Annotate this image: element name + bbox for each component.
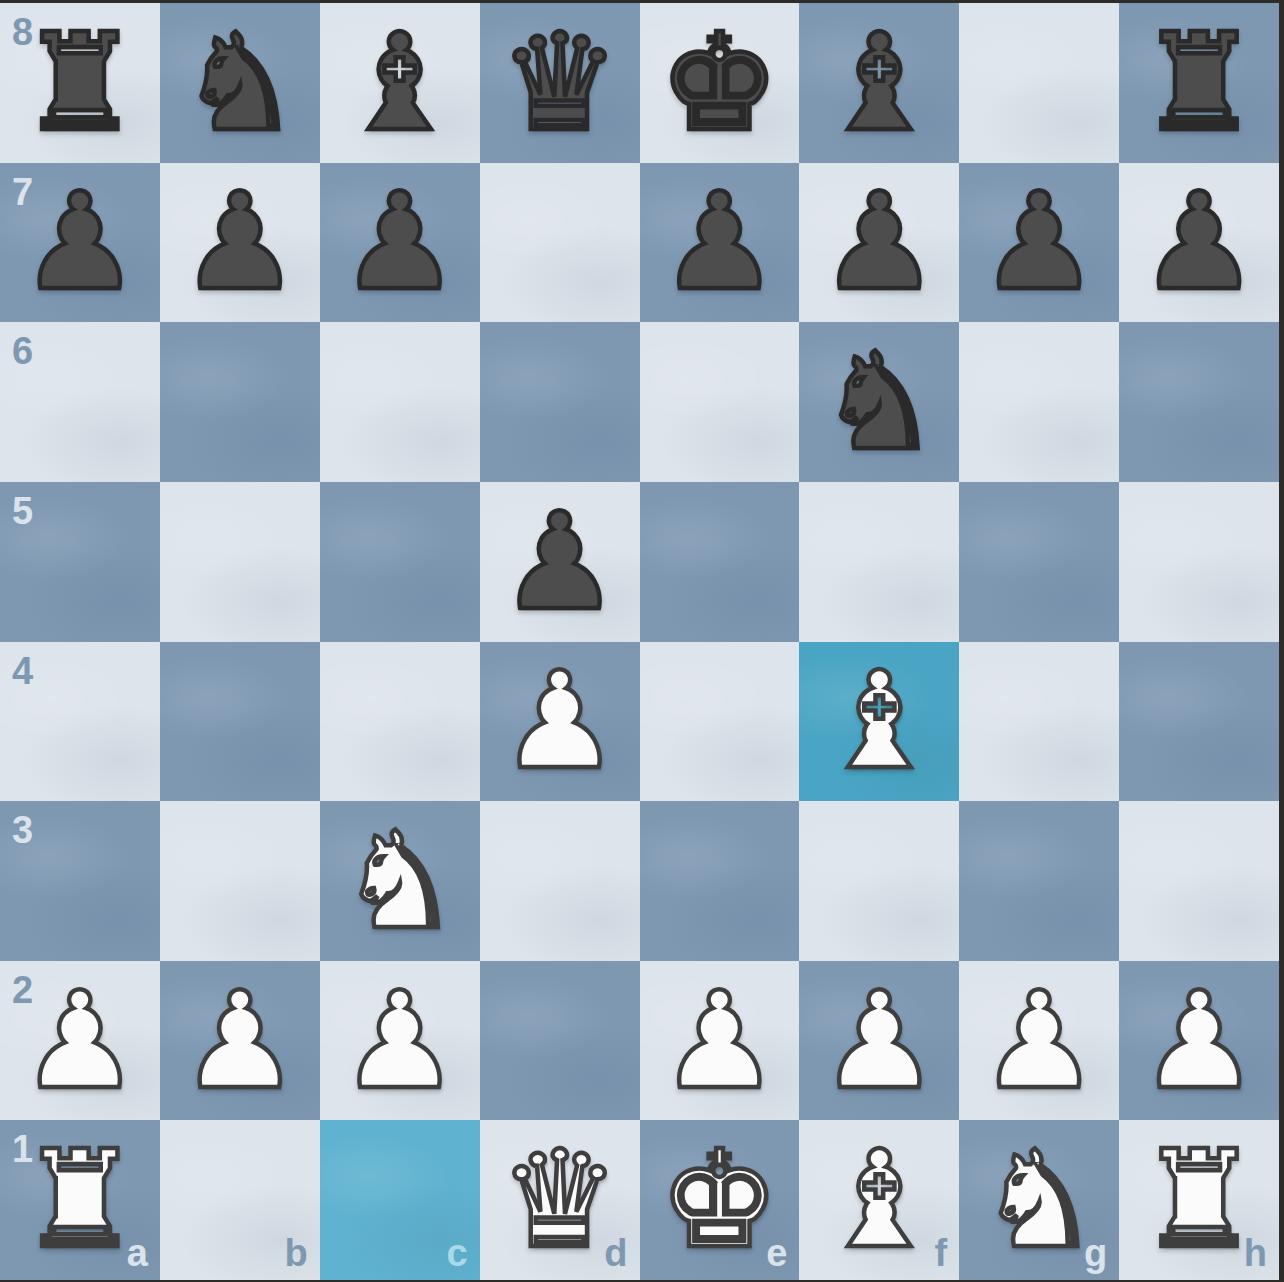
piece-white-pawn[interactable]: ♟: [160, 961, 320, 1121]
square-h6[interactable]: [1119, 322, 1279, 482]
piece-white-pawn[interactable]: ♟: [1119, 961, 1279, 1121]
square-c6[interactable]: [320, 322, 480, 482]
square-c4[interactable]: [320, 642, 480, 802]
square-f8[interactable]: ♝: [799, 3, 959, 163]
square-a8[interactable]: 8♜: [0, 3, 160, 163]
square-g7[interactable]: ♟: [959, 163, 1119, 323]
square-f3[interactable]: [799, 801, 959, 961]
square-a4[interactable]: 4: [0, 642, 160, 802]
square-g2[interactable]: ♟: [959, 961, 1119, 1121]
square-f7[interactable]: ♟: [799, 163, 959, 323]
piece-black-pawn[interactable]: ♟: [480, 482, 640, 642]
piece-white-bishop[interactable]: ♝: [799, 1120, 959, 1280]
square-g3[interactable]: [959, 801, 1119, 961]
square-a1[interactable]: 1a♜: [0, 1120, 160, 1280]
square-h8[interactable]: ♜: [1119, 3, 1279, 163]
square-h7[interactable]: ♟: [1119, 163, 1279, 323]
piece-black-bishop[interactable]: ♝: [799, 3, 959, 163]
square-h5[interactable]: [1119, 482, 1279, 642]
square-b7[interactable]: ♟: [160, 163, 320, 323]
piece-black-rook[interactable]: ♜: [1119, 3, 1279, 163]
piece-black-pawn[interactable]: ♟: [160, 163, 320, 323]
piece-white-pawn[interactable]: ♟: [0, 961, 160, 1121]
square-a2[interactable]: 2♟: [0, 961, 160, 1121]
rank-label-4: 4: [12, 652, 33, 690]
square-a5[interactable]: 5: [0, 482, 160, 642]
piece-white-pawn[interactable]: ♟: [480, 642, 640, 802]
rank-label-3: 3: [12, 811, 33, 849]
piece-white-knight[interactable]: ♞: [959, 1120, 1119, 1280]
square-b2[interactable]: ♟: [160, 961, 320, 1121]
square-b1[interactable]: b: [160, 1120, 320, 1280]
rank-label-6: 6: [12, 332, 33, 370]
square-b4[interactable]: [160, 642, 320, 802]
square-a3[interactable]: 3: [0, 801, 160, 961]
square-e8[interactable]: ♚: [640, 3, 800, 163]
square-f1[interactable]: f♝: [799, 1120, 959, 1280]
square-c2[interactable]: ♟: [320, 961, 480, 1121]
square-d7[interactable]: [480, 163, 640, 323]
square-g1[interactable]: g♞: [959, 1120, 1119, 1280]
square-b3[interactable]: [160, 801, 320, 961]
piece-white-king[interactable]: ♚: [640, 1120, 800, 1280]
square-e3[interactable]: [640, 801, 800, 961]
piece-black-knight[interactable]: ♞: [799, 322, 959, 482]
square-g4[interactable]: [959, 642, 1119, 802]
square-f2[interactable]: ♟: [799, 961, 959, 1121]
square-c5[interactable]: [320, 482, 480, 642]
piece-black-pawn[interactable]: ♟: [0, 163, 160, 323]
piece-black-rook[interactable]: ♜: [0, 3, 160, 163]
rank-label-5: 5: [12, 492, 33, 530]
piece-white-queen[interactable]: ♛: [480, 1120, 640, 1280]
square-b5[interactable]: [160, 482, 320, 642]
square-f4[interactable]: ♝: [799, 642, 959, 802]
square-e4[interactable]: [640, 642, 800, 802]
square-b6[interactable]: [160, 322, 320, 482]
piece-white-bishop[interactable]: ♝: [799, 642, 959, 802]
square-d4[interactable]: ♟: [480, 642, 640, 802]
square-d6[interactable]: [480, 322, 640, 482]
square-e7[interactable]: ♟: [640, 163, 800, 323]
square-d2[interactable]: [480, 961, 640, 1121]
piece-black-knight[interactable]: ♞: [160, 3, 320, 163]
square-a6[interactable]: 6: [0, 322, 160, 482]
square-d8[interactable]: ♛: [480, 3, 640, 163]
piece-white-pawn[interactable]: ♟: [799, 961, 959, 1121]
piece-white-pawn[interactable]: ♟: [640, 961, 800, 1121]
piece-white-knight[interactable]: ♞: [320, 801, 480, 961]
piece-white-rook[interactable]: ♜: [0, 1120, 160, 1280]
piece-black-pawn[interactable]: ♟: [959, 163, 1119, 323]
square-e1[interactable]: e♚: [640, 1120, 800, 1280]
square-c3[interactable]: ♞: [320, 801, 480, 961]
file-label-c: c: [446, 1234, 467, 1272]
chess-board: 8♜♞♝♛♚♝♜7♟♟♟♟♟♟♟6♞5♟4♟♝3♞2♟♟♟♟♟♟♟1a♜bcd♛…: [0, 3, 1279, 1280]
piece-white-rook[interactable]: ♜: [1119, 1120, 1279, 1280]
square-c8[interactable]: ♝: [320, 3, 480, 163]
square-d5[interactable]: ♟: [480, 482, 640, 642]
piece-white-pawn[interactable]: ♟: [959, 961, 1119, 1121]
square-g8[interactable]: [959, 3, 1119, 163]
square-h2[interactable]: ♟: [1119, 961, 1279, 1121]
square-h3[interactable]: [1119, 801, 1279, 961]
square-e5[interactable]: [640, 482, 800, 642]
piece-black-king[interactable]: ♚: [640, 3, 800, 163]
square-a7[interactable]: 7♟: [0, 163, 160, 323]
square-h4[interactable]: [1119, 642, 1279, 802]
square-g6[interactable]: [959, 322, 1119, 482]
square-b8[interactable]: ♞: [160, 3, 320, 163]
square-e2[interactable]: ♟: [640, 961, 800, 1121]
square-f6[interactable]: ♞: [799, 322, 959, 482]
square-d1[interactable]: d♛: [480, 1120, 640, 1280]
piece-white-pawn[interactable]: ♟: [320, 961, 480, 1121]
file-label-b: b: [285, 1234, 308, 1272]
square-c1[interactable]: c: [320, 1120, 480, 1280]
piece-black-pawn[interactable]: ♟: [640, 163, 800, 323]
square-h1[interactable]: h♜: [1119, 1120, 1279, 1280]
piece-black-pawn[interactable]: ♟: [320, 163, 480, 323]
square-c7[interactable]: ♟: [320, 163, 480, 323]
square-d3[interactable]: [480, 801, 640, 961]
square-f5[interactable]: [799, 482, 959, 642]
square-e6[interactable]: [640, 322, 800, 482]
piece-black-queen[interactable]: ♛: [480, 3, 640, 163]
square-g5[interactable]: [959, 482, 1119, 642]
piece-black-pawn[interactable]: ♟: [799, 163, 959, 323]
piece-black-bishop[interactable]: ♝: [320, 3, 480, 163]
piece-black-pawn[interactable]: ♟: [1119, 163, 1279, 323]
